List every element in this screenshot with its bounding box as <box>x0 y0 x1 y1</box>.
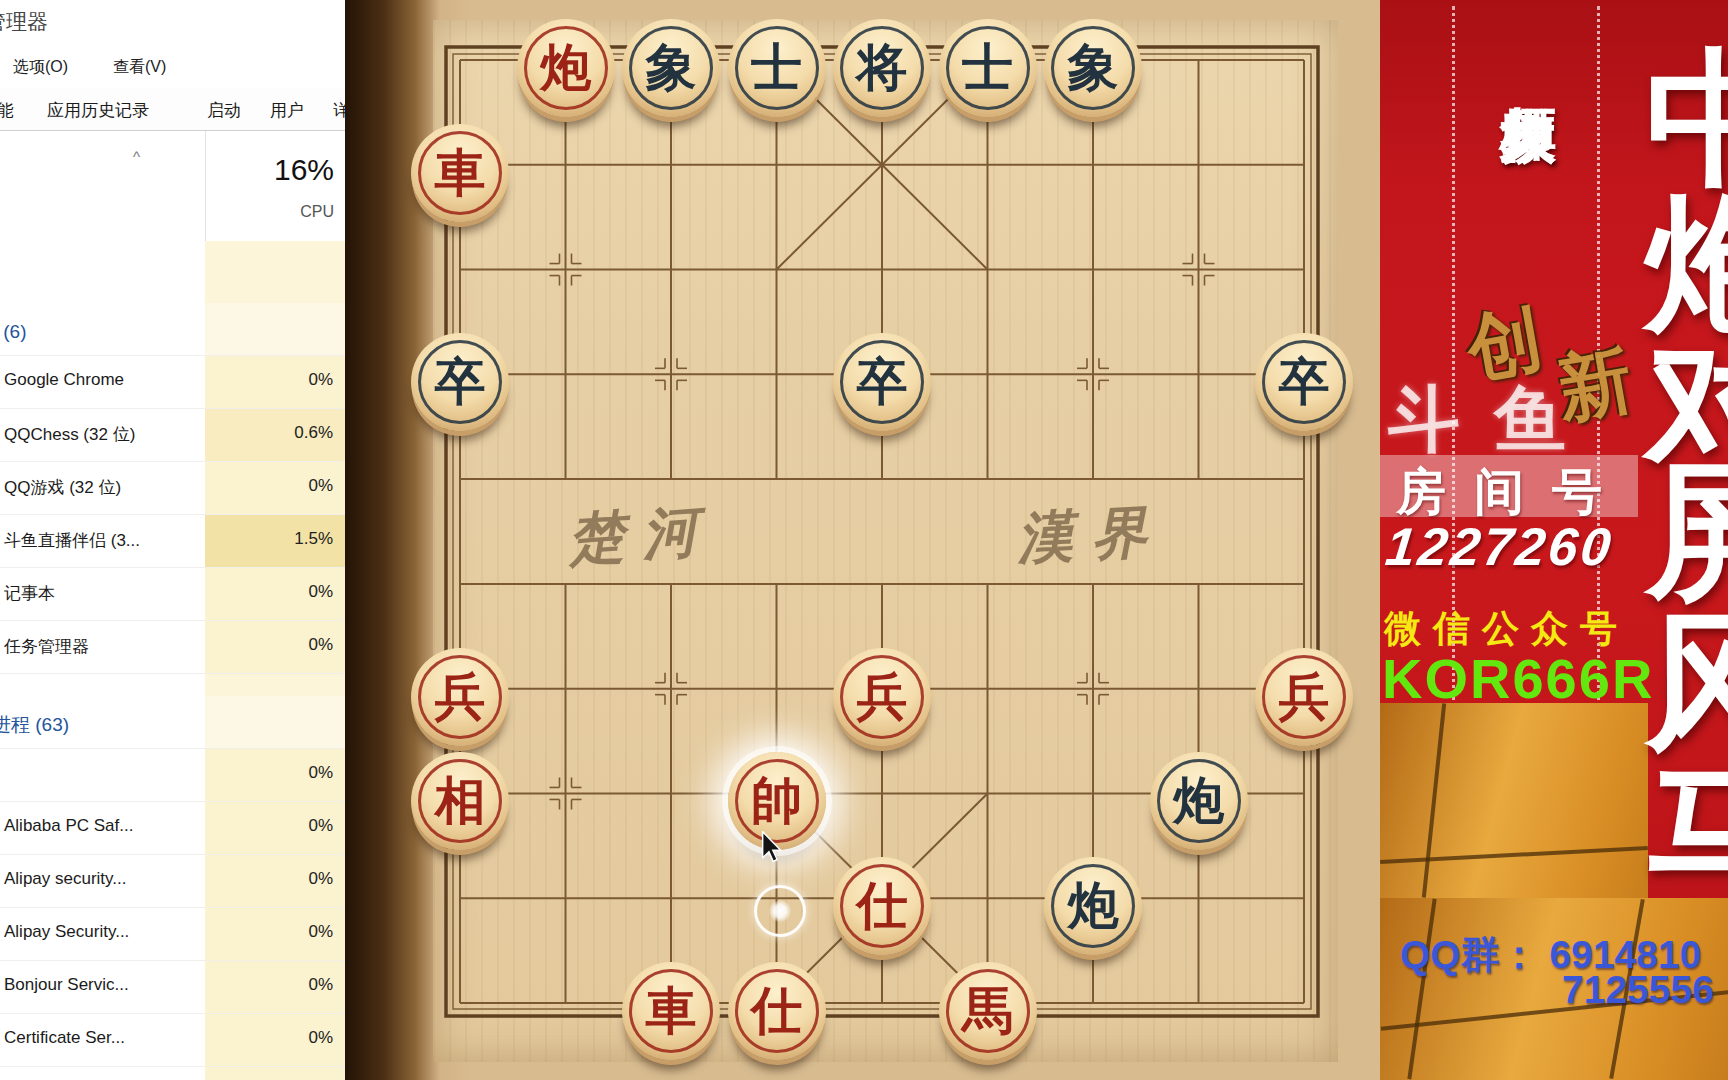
piece-red-車[interactable]: 車 <box>622 962 720 1060</box>
room-number: 1227260 <box>1383 516 1617 577</box>
mouse-cursor-icon <box>759 831 785 863</box>
process-name: Google Chrome <box>4 370 124 390</box>
move-indicator <box>754 885 806 937</box>
process-name: QQ游戏 (32 位) <box>4 476 121 499</box>
process-name: Alipay Security... <box>4 922 129 942</box>
process-row[interactable]: 任务管理器0% <box>0 621 345 674</box>
douyu-watermark: 斗鱼 <box>1388 372 1600 468</box>
piece-red-馬[interactable]: 馬 <box>939 962 1037 1060</box>
xiangqi-game-window: 楚河 漢界 炮象士将士象車卒卒卒兵兵兵相帥炮仕炮車仕馬 <box>345 0 1380 1080</box>
process-name: 记事本 <box>4 582 55 605</box>
big-title-char: 炮 <box>1645 190 1728 340</box>
piece-black-卒[interactable]: 卒 <box>833 333 931 431</box>
process-name: 应用 (6) <box>0 319 27 345</box>
process-list: 应用 (6)Google Chrome0%QQChess (32 位)0.6%Q… <box>0 241 345 1080</box>
process-cpu-value: 0% <box>308 763 333 783</box>
process-cpu-value: 0% <box>308 1028 333 1048</box>
process-name: Alibaba PC Saf... <box>4 816 133 836</box>
river-label-left: 楚河 <box>566 493 719 579</box>
tab-startup[interactable]: 启动 <box>207 99 241 122</box>
river-label-right: 漢界 <box>1015 494 1167 578</box>
big-title-char: 屏 <box>1645 458 1728 608</box>
process-row[interactable]: Alipay security...0% <box>0 855 345 908</box>
process-name: Alipay security... <box>4 869 127 889</box>
process-cpu-value: 0% <box>308 476 333 496</box>
process-cpu-value: 0% <box>308 816 333 836</box>
process-row[interactable]: COM Surrogate0% <box>0 1067 345 1080</box>
process-row[interactable]: Google Chrome0% <box>0 356 345 409</box>
piece-red-兵[interactable]: 兵 <box>1255 648 1353 746</box>
cpu-column-label: CPU <box>214 203 334 221</box>
tab-app-history[interactable]: 应用历史记录 <box>47 99 149 122</box>
stream-promo-banner: 象棋大师 创 新 斗鱼 房间号 1227260 微信公众号 KOR666R QQ… <box>1380 0 1728 1080</box>
process-row[interactable]: Certificate Ser...0% <box>0 1014 345 1067</box>
process-row[interactable]: QQ游戏 (32 位)0% <box>0 462 345 515</box>
process-cpu-value: 0% <box>308 635 333 655</box>
piece-red-相[interactable]: 相 <box>411 752 509 850</box>
process-row[interactable]: Alibaba PC Saf...0% <box>0 802 345 855</box>
piece-red-仕[interactable]: 仕 <box>728 962 826 1060</box>
sort-indicator-icon[interactable]: ^ <box>133 148 140 165</box>
wechat-id: KOR666R <box>1382 646 1654 711</box>
tab-users[interactable]: 用户 <box>270 99 304 122</box>
process-row[interactable]: Bonjour Servic...0% <box>0 961 345 1014</box>
process-group-header[interactable]: 后台进程 (63) <box>0 696 345 749</box>
process-cpu-value: 1.5% <box>294 529 333 549</box>
process-name: QQChess (32 位) <box>4 423 135 446</box>
process-row[interactable]: QQChess (32 位)0.6% <box>0 409 345 462</box>
task-manager-window: 任务管理器 选项(O) 查看(V) 性能 应用历史记录 启动 用户 详细信息 ^… <box>0 0 346 1080</box>
piece-black-象[interactable]: 象 <box>1044 19 1142 117</box>
piece-black-卒[interactable]: 卒 <box>1255 333 1353 431</box>
board-photo-upper <box>1380 703 1648 898</box>
cpu-total-percent: 16% <box>214 153 334 187</box>
window-title: 任务管理器 <box>0 8 48 36</box>
cpu-column-header[interactable]: 16% CPU <box>205 131 346 242</box>
piece-black-象[interactable]: 象 <box>622 19 720 117</box>
process-cpu-value: 0% <box>308 869 333 889</box>
process-row[interactable]: 斗鱼直播伴侣 (3...1.5% <box>0 515 345 568</box>
process-cpu-value: 0.6% <box>294 423 333 443</box>
process-name: 斗鱼直播伴侣 (3... <box>4 529 140 552</box>
menu-view[interactable]: 查看(V) <box>113 57 166 78</box>
process-name: Bonjour Servic... <box>4 975 129 995</box>
process-cpu-value: 0% <box>308 922 333 942</box>
big-title-char: 马 <box>1645 760 1728 910</box>
process-cpu-value: 0% <box>308 582 333 602</box>
piece-red-車[interactable]: 車 <box>411 124 509 222</box>
piece-black-士[interactable]: 士 <box>939 19 1037 117</box>
process-cpu-value: 0% <box>308 975 333 995</box>
piece-black-士[interactable]: 士 <box>728 19 826 117</box>
tab-bar: 性能 应用历史记录 启动 用户 详细信息 <box>0 88 345 131</box>
process-name: 后台进程 (63) <box>0 712 69 738</box>
piece-red-仕[interactable]: 仕 <box>833 857 931 955</box>
piece-black-炮[interactable]: 炮 <box>1044 857 1142 955</box>
process-row[interactable]: 记事本0% <box>0 568 345 621</box>
piece-red-兵[interactable]: 兵 <box>833 648 931 746</box>
menu-bar: 选项(O) 查看(V) <box>0 55 345 81</box>
piece-black-炮[interactable]: 炮 <box>1150 752 1248 850</box>
piece-black-将[interactable]: 将 <box>833 19 931 117</box>
menu-options[interactable]: 选项(O) <box>13 57 68 78</box>
process-group-header[interactable]: 应用 (6) <box>0 303 345 356</box>
tab-performance[interactable]: 性能 <box>0 99 14 122</box>
piece-red-炮[interactable]: 炮 <box>517 19 615 117</box>
room-number-band: 房间号 <box>1380 455 1638 517</box>
piece-black-卒[interactable]: 卒 <box>411 333 509 431</box>
process-row[interactable]: Alipay Security...0% <box>0 908 345 961</box>
process-cpu-value: 0% <box>308 370 333 390</box>
big-title-char: 风 <box>1645 608 1728 758</box>
qq-group-line2: 7125556 <box>1562 968 1714 1012</box>
process-row[interactable]: 0% <box>0 749 345 802</box>
piece-red-兵[interactable]: 兵 <box>411 648 509 746</box>
process-name: 任务管理器 <box>4 635 89 658</box>
screen: 任务管理器 选项(O) 查看(V) 性能 应用历史记录 启动 用户 详细信息 ^… <box>0 0 1728 1080</box>
process-name: Certificate Ser... <box>4 1028 125 1048</box>
big-title-char: 中 <box>1645 45 1728 195</box>
